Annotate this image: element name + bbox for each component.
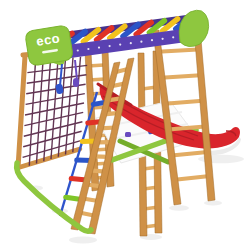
fabric-clip <box>125 132 131 137</box>
eco-badge: eco <box>25 25 74 66</box>
play-gym-illustration: eco <box>0 0 250 250</box>
strap-clip <box>73 78 79 87</box>
product-photo: eco <box>0 0 250 250</box>
strap-clip <box>55 83 64 94</box>
